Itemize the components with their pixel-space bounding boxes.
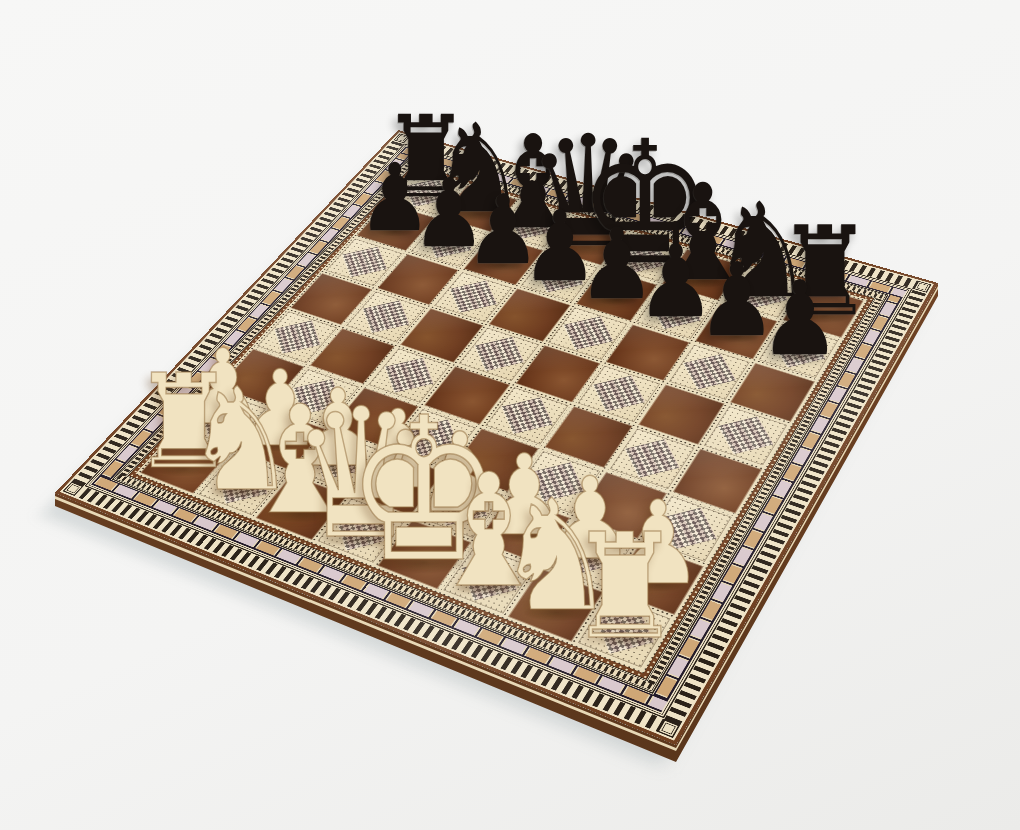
photo-scene: ♜♞♝♛♚♝♞♜♟♟♟♟♟♟♟♟♟♟♟♟♟♟♟♟♜♞♝♛♚♝♞♜ xyxy=(0,0,1020,830)
chess-board xyxy=(55,130,938,745)
